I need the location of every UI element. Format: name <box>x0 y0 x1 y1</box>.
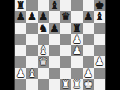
square-e6[interactable] <box>60 23 71 34</box>
white-rook-piece: ♜ <box>61 79 70 90</box>
black-king-piece: ♚ <box>95 0 104 11</box>
square-a4[interactable] <box>15 45 26 56</box>
square-a2[interactable]: ♟ <box>15 68 26 79</box>
chess-board: ♜♝♚♟♟♟♛♟♝♞♟♜♟♝♟♛♟♟♝♟♜♜♚ <box>15 0 105 90</box>
square-d1[interactable] <box>49 79 60 90</box>
square-f2[interactable] <box>71 68 82 79</box>
square-d4[interactable] <box>49 45 60 56</box>
square-g4[interactable] <box>83 45 94 56</box>
white-pawn-piece: ♟ <box>95 56 104 67</box>
square-f1[interactable]: ♜ <box>71 79 82 90</box>
square-f5[interactable]: ♟ <box>71 34 82 45</box>
black-pawn-piece: ♟ <box>83 11 92 22</box>
square-f8[interactable] <box>71 0 82 11</box>
square-d5[interactable] <box>49 34 60 45</box>
square-c3[interactable]: ♛ <box>38 56 49 67</box>
white-pawn-piece: ♟ <box>83 68 92 79</box>
white-queen-piece: ♛ <box>38 56 47 67</box>
square-h4[interactable] <box>94 45 105 56</box>
square-b8[interactable] <box>26 0 37 11</box>
square-h2[interactable] <box>94 68 105 79</box>
black-knight-piece: ♞ <box>38 23 47 34</box>
black-pawn-piece: ♟ <box>27 11 36 22</box>
square-g3[interactable] <box>83 56 94 67</box>
square-e5[interactable] <box>60 34 71 45</box>
square-d6[interactable]: ♟ <box>49 23 60 34</box>
square-a3[interactable] <box>15 56 26 67</box>
square-e4[interactable] <box>60 45 71 56</box>
square-g6[interactable] <box>83 23 94 34</box>
square-e8[interactable] <box>60 0 71 11</box>
white-king-piece: ♚ <box>83 79 92 90</box>
square-b2[interactable]: ♝ <box>26 68 37 79</box>
black-pawn-piece: ♟ <box>16 11 25 22</box>
square-f4[interactable]: ♟ <box>71 45 82 56</box>
square-g8[interactable] <box>83 0 94 11</box>
white-pawn-piece: ♟ <box>16 68 25 79</box>
letterbox-right <box>105 0 120 90</box>
square-h7[interactable]: ♝ <box>94 11 105 22</box>
square-h8[interactable]: ♚ <box>94 0 105 11</box>
square-d7[interactable] <box>49 11 60 22</box>
white-pawn-piece: ♟ <box>72 45 81 56</box>
square-c8[interactable] <box>38 0 49 11</box>
square-b1[interactable] <box>26 79 37 90</box>
square-b3[interactable] <box>26 56 37 67</box>
black-bishop-piece: ♝ <box>50 0 59 11</box>
square-f3[interactable] <box>71 56 82 67</box>
square-d8[interactable]: ♝ <box>49 0 60 11</box>
square-h1[interactable] <box>94 79 105 90</box>
square-d2[interactable] <box>49 68 60 79</box>
square-b4[interactable] <box>26 45 37 56</box>
square-e1[interactable]: ♜ <box>60 79 71 90</box>
square-h3[interactable]: ♟ <box>94 56 105 67</box>
square-h5[interactable] <box>94 34 105 45</box>
black-rook-piece: ♜ <box>72 23 81 34</box>
white-bishop-piece: ♝ <box>27 68 36 79</box>
square-e3[interactable] <box>60 56 71 67</box>
square-g7[interactable]: ♟ <box>83 11 94 22</box>
square-c5[interactable] <box>38 34 49 45</box>
square-a6[interactable] <box>15 23 26 34</box>
square-e7[interactable]: ♛ <box>60 11 71 22</box>
black-rook-piece: ♜ <box>16 0 25 11</box>
square-g1[interactable]: ♚ <box>83 79 94 90</box>
square-d3[interactable] <box>49 56 60 67</box>
square-c4[interactable]: ♝ <box>38 45 49 56</box>
white-bishop-piece: ♝ <box>38 45 47 56</box>
square-e2[interactable] <box>60 68 71 79</box>
black-pawn-piece: ♟ <box>50 23 59 34</box>
square-a8[interactable]: ♜ <box>15 0 26 11</box>
black-queen-piece: ♛ <box>61 11 70 22</box>
white-rook-piece: ♜ <box>72 79 81 90</box>
square-g2[interactable]: ♟ <box>83 68 94 79</box>
square-c7[interactable]: ♟ <box>38 11 49 22</box>
square-a1[interactable] <box>15 79 26 90</box>
square-a5[interactable] <box>15 34 26 45</box>
square-c6[interactable]: ♞ <box>38 23 49 34</box>
black-bishop-piece: ♝ <box>95 11 104 22</box>
white-pawn-piece: ♟ <box>72 34 81 45</box>
square-b7[interactable]: ♟ <box>26 11 37 22</box>
black-pawn-piece: ♟ <box>38 11 47 22</box>
square-c2[interactable] <box>38 68 49 79</box>
square-h6[interactable] <box>94 23 105 34</box>
square-a7[interactable]: ♟ <box>15 11 26 22</box>
square-g5[interactable] <box>83 34 94 45</box>
square-b6[interactable] <box>26 23 37 34</box>
square-f7[interactable] <box>71 11 82 22</box>
letterbox-left <box>0 0 15 90</box>
square-f6[interactable]: ♜ <box>71 23 82 34</box>
square-b5[interactable] <box>26 34 37 45</box>
square-c1[interactable] <box>38 79 49 90</box>
